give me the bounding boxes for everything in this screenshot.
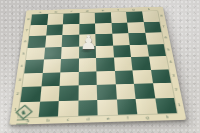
file-label-b: b — [46, 118, 49, 122]
square-e7[interactable] — [95, 23, 112, 34]
square-h5[interactable] — [147, 44, 166, 57]
square-c1[interactable] — [58, 100, 78, 116]
square-h2[interactable] — [153, 83, 174, 98]
file-label-e: e — [102, 9, 104, 11]
square-b8[interactable] — [47, 14, 64, 25]
square-b5[interactable] — [44, 47, 62, 60]
square-b6[interactable] — [45, 35, 63, 47]
square-h6[interactable] — [145, 32, 164, 44]
square-c2[interactable] — [59, 85, 78, 100]
rank-label-7: 7 — [25, 29, 28, 32]
logo-diamond-icon: ♞ — [15, 105, 32, 120]
rank-label-1: 1 — [177, 103, 181, 107]
rank-label-3: 3 — [172, 74, 175, 77]
square-b1[interactable] — [38, 101, 59, 117]
file-label-h: h — [148, 8, 151, 10]
square-e8[interactable] — [95, 12, 111, 23]
square-g4[interactable] — [131, 57, 150, 70]
square-a5[interactable] — [26, 47, 45, 60]
square-e1[interactable] — [97, 99, 117, 115]
file-label-g: g — [146, 115, 149, 119]
square-c5[interactable] — [61, 46, 79, 59]
square-f6[interactable] — [112, 33, 130, 45]
square-g3[interactable] — [132, 70, 152, 84]
rank-label-8: 8 — [160, 15, 163, 18]
square-e5[interactable] — [96, 45, 114, 58]
square-c3[interactable] — [60, 72, 79, 86]
square-h1[interactable] — [155, 97, 177, 113]
square-g6[interactable] — [128, 33, 146, 45]
square-c6[interactable] — [62, 35, 79, 47]
square-d4[interactable] — [78, 58, 96, 72]
square-f8[interactable] — [110, 12, 127, 23]
rank-label-5: 5 — [22, 52, 25, 55]
square-g7[interactable] — [127, 22, 145, 33]
square-f1[interactable] — [116, 99, 137, 115]
file-label-d: d — [87, 117, 90, 121]
square-d2[interactable] — [78, 85, 97, 100]
file-label-d: d — [86, 10, 88, 12]
square-g1[interactable] — [136, 98, 158, 114]
white-pawn[interactable]: ♟ — [80, 33, 94, 52]
square-h8[interactable] — [142, 11, 160, 22]
square-f2[interactable] — [115, 84, 135, 99]
square-f3[interactable] — [114, 70, 134, 84]
square-g5[interactable] — [130, 44, 149, 57]
square-f5[interactable] — [113, 45, 131, 58]
rank-label-4: 4 — [20, 65, 23, 68]
square-e2[interactable] — [97, 84, 117, 99]
rank-label-5: 5 — [167, 48, 170, 51]
chess-board: abcdefgh abcdefgh 87654321 87654321 ♞ — [9, 7, 186, 125]
square-a8[interactable] — [31, 14, 48, 25]
file-label-f: f — [127, 116, 129, 120]
file-label-h: h — [166, 115, 170, 119]
file-label-e: e — [107, 116, 110, 120]
photo-scene: abcdefgh abcdefgh 87654321 87654321 ♞ ♟ — [0, 0, 200, 133]
square-b3[interactable] — [41, 72, 60, 86]
square-e3[interactable] — [96, 71, 115, 85]
square-e6[interactable] — [95, 34, 112, 46]
rank-label-3: 3 — [18, 78, 21, 81]
square-a7[interactable] — [29, 25, 47, 36]
board-grid — [18, 11, 177, 117]
knight-icon: ♞ — [20, 109, 27, 115]
square-b4[interactable] — [42, 59, 61, 73]
logo-text-marks — [16, 119, 28, 124]
rank-label-6: 6 — [24, 40, 27, 43]
file-label-c: c — [71, 10, 73, 12]
square-d8[interactable] — [79, 13, 95, 24]
file-label-f: f — [117, 9, 118, 11]
file-label-a: a — [39, 11, 41, 13]
square-h3[interactable] — [150, 69, 171, 83]
square-g8[interactable] — [126, 11, 143, 22]
rank-label-8: 8 — [27, 18, 30, 21]
square-e4[interactable] — [96, 58, 114, 72]
rank-label-7: 7 — [162, 25, 165, 28]
rank-label-6: 6 — [164, 36, 167, 39]
rank-label-2: 2 — [16, 92, 19, 96]
square-d1[interactable] — [78, 100, 98, 116]
square-a3[interactable] — [22, 73, 42, 87]
square-a4[interactable] — [24, 59, 43, 73]
square-a2[interactable] — [20, 86, 41, 101]
square-f4[interactable] — [113, 57, 132, 70]
square-c4[interactable] — [60, 58, 78, 72]
file-label-b: b — [55, 10, 57, 12]
square-f7[interactable] — [111, 22, 128, 33]
square-b7[interactable] — [46, 24, 63, 35]
square-c7[interactable] — [62, 24, 79, 35]
square-b2[interactable] — [40, 86, 60, 101]
square-h7[interactable] — [143, 21, 161, 32]
square-a6[interactable] — [28, 36, 46, 48]
rank-label-4: 4 — [169, 61, 172, 64]
rank-label-2: 2 — [175, 88, 178, 92]
square-c8[interactable] — [63, 13, 79, 24]
square-h4[interactable] — [148, 56, 168, 69]
square-d3[interactable] — [78, 71, 97, 85]
square-g2[interactable] — [134, 83, 155, 98]
file-label-c: c — [67, 118, 70, 122]
file-label-g: g — [132, 8, 135, 10]
brand-logo: ♞ — [13, 106, 33, 123]
